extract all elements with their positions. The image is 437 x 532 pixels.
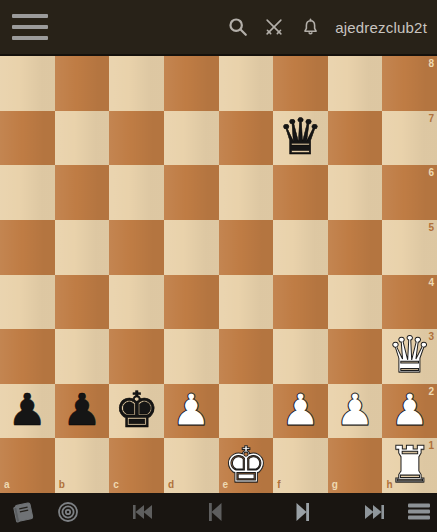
square-h2[interactable]: ♟2: [382, 384, 437, 439]
square-c5[interactable]: [109, 220, 164, 275]
square-b1[interactable]: b: [55, 438, 110, 493]
square-f1[interactable]: f: [273, 438, 328, 493]
square-c8[interactable]: [109, 56, 164, 111]
square-a2[interactable]: ♟: [0, 384, 55, 439]
white-pawn-piece: ♟: [281, 388, 320, 432]
top-bar: ajedrezclub2t: [0, 0, 437, 56]
square-b3[interactable]: [55, 329, 110, 384]
square-g6[interactable]: [328, 165, 383, 220]
square-a6[interactable]: [0, 165, 55, 220]
white-king-piece: ♚: [223, 440, 268, 490]
square-a4[interactable]: [0, 275, 55, 330]
rank-label: 1: [428, 441, 434, 451]
file-label: b: [59, 480, 65, 490]
square-h8[interactable]: 8: [382, 56, 437, 111]
file-label: g: [332, 480, 338, 490]
menu-icon[interactable]: [12, 7, 48, 47]
rank-label: 4: [428, 278, 434, 288]
square-c6[interactable]: [109, 165, 164, 220]
white-queen-piece: ♛: [387, 330, 432, 380]
square-c1[interactable]: c: [109, 438, 164, 493]
square-g3[interactable]: [328, 329, 383, 384]
square-d3[interactable]: [164, 329, 219, 384]
file-label: a: [4, 480, 10, 490]
square-d7[interactable]: [164, 111, 219, 166]
square-f4[interactable]: [273, 275, 328, 330]
opening-book-icon[interactable]: [11, 500, 37, 524]
concentric-circles-icon[interactable]: [56, 500, 80, 524]
rank-label: 7: [428, 114, 434, 124]
square-b7[interactable]: [55, 111, 110, 166]
square-e6[interactable]: [219, 165, 274, 220]
black-pawn-piece: ♟: [62, 388, 101, 432]
last-move-button[interactable]: [362, 500, 388, 524]
square-d8[interactable]: [164, 56, 219, 111]
board-menu-icon[interactable]: [408, 501, 430, 522]
square-e1[interactable]: ♚e: [219, 438, 274, 493]
square-f7[interactable]: ♛: [273, 111, 328, 166]
file-label: f: [277, 480, 280, 490]
square-e4[interactable]: [219, 275, 274, 330]
square-g7[interactable]: [328, 111, 383, 166]
square-e5[interactable]: [219, 220, 274, 275]
square-c2[interactable]: ♚: [109, 384, 164, 439]
crossed-swords-icon[interactable]: [263, 16, 285, 38]
white-pawn-piece: ♟: [171, 388, 210, 432]
previous-move-button[interactable]: [204, 499, 226, 525]
rank-label: 6: [428, 168, 434, 178]
rank-label: 2: [428, 387, 434, 397]
square-g1[interactable]: g: [328, 438, 383, 493]
square-c7[interactable]: [109, 111, 164, 166]
square-a5[interactable]: [0, 220, 55, 275]
file-label: c: [113, 480, 119, 490]
black-king-piece: ♚: [114, 385, 159, 435]
square-g5[interactable]: [328, 220, 383, 275]
square-c4[interactable]: [109, 275, 164, 330]
square-b6[interactable]: [55, 165, 110, 220]
rank-label: 8: [428, 59, 434, 69]
square-d4[interactable]: [164, 275, 219, 330]
topbar-actions: ajedrezclub2t: [227, 16, 437, 38]
square-a7[interactable]: [0, 111, 55, 166]
username[interactable]: ajedrezclub2t: [335, 19, 427, 36]
square-d1[interactable]: d: [164, 438, 219, 493]
square-e2[interactable]: [219, 384, 274, 439]
square-g8[interactable]: [328, 56, 383, 111]
white-pawn-piece: ♟: [335, 388, 374, 432]
square-d6[interactable]: [164, 165, 219, 220]
square-e3[interactable]: [219, 329, 274, 384]
square-f3[interactable]: [273, 329, 328, 384]
white-pawn-piece: ♟: [390, 388, 429, 432]
square-h5[interactable]: 5: [382, 220, 437, 275]
next-move-button[interactable]: [292, 499, 314, 525]
white-rook-piece: ♜: [387, 440, 432, 490]
square-a8[interactable]: [0, 56, 55, 111]
square-f2[interactable]: ♟: [273, 384, 328, 439]
square-a1[interactable]: a: [0, 438, 55, 493]
square-d2[interactable]: ♟: [164, 384, 219, 439]
file-label: d: [168, 480, 174, 490]
search-icon[interactable]: [227, 16, 249, 38]
black-queen-piece: ♛: [278, 112, 323, 162]
square-f6[interactable]: [273, 165, 328, 220]
square-h1[interactable]: ♜1h: [382, 438, 437, 493]
square-b8[interactable]: [55, 56, 110, 111]
square-h7[interactable]: 7: [382, 111, 437, 166]
file-label: e: [223, 480, 229, 490]
square-a3[interactable]: [0, 329, 55, 384]
square-d5[interactable]: [164, 220, 219, 275]
square-g4[interactable]: [328, 275, 383, 330]
bottom-toolbar: [0, 493, 437, 530]
square-h3[interactable]: ♛3: [382, 329, 437, 384]
square-f5[interactable]: [273, 220, 328, 275]
chess-board: 8♛7654♛3♟♟♚♟♟♟♟2abcd♚efg♜1h: [0, 56, 437, 493]
rank-label: 5: [428, 223, 434, 233]
square-e8[interactable]: [219, 56, 274, 111]
square-f8[interactable]: [273, 56, 328, 111]
square-e7[interactable]: [219, 111, 274, 166]
square-b5[interactable]: [55, 220, 110, 275]
first-move-button[interactable]: [129, 500, 155, 524]
square-b4[interactable]: [55, 275, 110, 330]
file-label: h: [386, 480, 392, 490]
square-g2[interactable]: ♟: [328, 384, 383, 439]
square-c3[interactable]: [109, 329, 164, 384]
square-h6[interactable]: 6: [382, 165, 437, 220]
black-pawn-piece: ♟: [8, 388, 47, 432]
square-b2[interactable]: ♟: [55, 384, 110, 439]
square-h4[interactable]: 4: [382, 275, 437, 330]
rank-label: 3: [428, 332, 434, 342]
bell-icon[interactable]: [299, 16, 321, 38]
